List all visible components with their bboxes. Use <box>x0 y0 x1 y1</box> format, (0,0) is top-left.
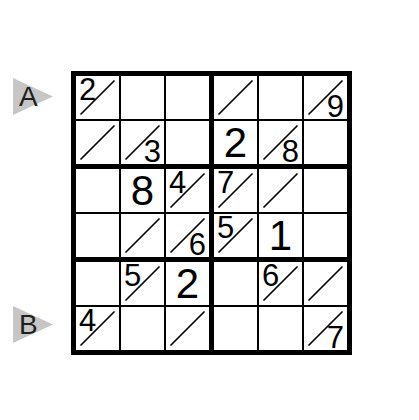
cell-r3c5[interactable] <box>259 169 304 214</box>
cell-r6c1[interactable]: 4 <box>76 307 121 350</box>
cell-r2c4[interactable]: 2 <box>214 121 259 169</box>
sudoku-board: 2932884765152647 <box>71 71 352 355</box>
board-row-5: 526 <box>76 262 347 307</box>
given-digit: 2 <box>166 262 209 305</box>
given-digit: 1 <box>259 214 302 257</box>
cell-r4c1[interactable] <box>76 214 121 262</box>
cell-r1c6[interactable]: 9 <box>304 76 347 121</box>
board-row-4: 651 <box>76 214 347 262</box>
cell-r3c3[interactable]: 4 <box>166 169 214 214</box>
cell-r1c4[interactable] <box>214 76 259 121</box>
cell-r1c2[interactable] <box>121 76 166 121</box>
cell-r5c2[interactable]: 5 <box>121 262 166 307</box>
slash-icon <box>259 169 302 212</box>
cell-r5c1[interactable] <box>76 262 121 307</box>
cell-r3c1[interactable] <box>76 169 121 214</box>
cell-r6c4[interactable] <box>214 307 259 350</box>
given-digit-upper: 4 <box>169 167 186 198</box>
cell-r4c5[interactable]: 1 <box>259 214 304 262</box>
board-row-6: 47 <box>76 307 347 350</box>
puzzle-page: A B 2932884765152647 <box>0 0 419 420</box>
cell-r5c5[interactable]: 6 <box>259 262 304 307</box>
cell-r4c2[interactable] <box>121 214 166 262</box>
slash-icon <box>304 262 347 305</box>
cell-r2c1[interactable] <box>76 121 121 169</box>
slash-icon <box>121 214 164 257</box>
cell-r1c3[interactable] <box>166 76 214 121</box>
given-digit: 2 <box>214 121 257 164</box>
given-digit: 8 <box>121 169 164 212</box>
given-digit-lower: 8 <box>282 136 299 167</box>
row-marker-b: B <box>13 306 53 343</box>
board-row-3: 847 <box>76 169 347 214</box>
given-digit-lower: 6 <box>189 229 206 260</box>
cell-r2c6[interactable] <box>304 121 347 169</box>
cell-r3c6[interactable] <box>304 169 347 214</box>
marker-b-label: B <box>19 311 38 339</box>
row-marker-a: A <box>13 78 53 115</box>
given-digit-upper: 4 <box>79 305 96 336</box>
slash-icon <box>166 307 209 350</box>
given-digit-upper: 7 <box>217 167 234 198</box>
cell-r3c4[interactable]: 7 <box>214 169 259 214</box>
cell-r4c6[interactable] <box>304 214 347 262</box>
cell-r5c4[interactable] <box>214 262 259 307</box>
given-digit-lower: 9 <box>327 91 344 122</box>
slash-icon <box>214 76 257 119</box>
given-digit-upper: 5 <box>217 212 234 243</box>
cell-r6c3[interactable] <box>166 307 214 350</box>
cell-r6c6[interactable]: 7 <box>304 307 347 350</box>
cell-r6c2[interactable] <box>121 307 166 350</box>
cell-r1c5[interactable] <box>259 76 304 121</box>
cell-r4c4[interactable]: 5 <box>214 214 259 262</box>
cell-r2c2[interactable]: 3 <box>121 121 166 169</box>
board-row-2: 328 <box>76 121 347 169</box>
given-digit-lower: 3 <box>144 136 161 167</box>
cell-r5c3[interactable]: 2 <box>166 262 214 307</box>
given-digit-lower: 7 <box>327 322 344 353</box>
cell-r2c5[interactable]: 8 <box>259 121 304 169</box>
marker-a-label: A <box>19 83 38 111</box>
given-digit-upper: 5 <box>124 260 141 291</box>
cell-r5c6[interactable] <box>304 262 347 307</box>
given-digit-upper: 6 <box>262 260 279 291</box>
cell-r3c2[interactable]: 8 <box>121 169 166 214</box>
cell-r1c1[interactable]: 2 <box>76 76 121 121</box>
cell-r2c3[interactable] <box>166 121 214 169</box>
cell-r4c3[interactable]: 6 <box>166 214 214 262</box>
given-digit-upper: 2 <box>79 74 96 105</box>
cell-r6c5[interactable] <box>259 307 304 350</box>
board-row-1: 29 <box>76 76 347 121</box>
slash-icon <box>76 121 119 164</box>
